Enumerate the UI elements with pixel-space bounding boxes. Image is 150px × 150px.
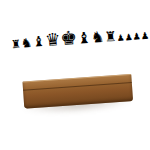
piece-black-knight: ♞ bbox=[90, 28, 105, 47]
chess-set-product-photo[interactable]: ♜♞♝♛♚♝♞♜♟♟♟♟♟♟♟♟♟♟♟♟♟♟♟♟♜♞♝♛♚♝♞♜ bbox=[0, 0, 150, 150]
latch-slot bbox=[71, 91, 84, 92]
piece-black-rook: ♜ bbox=[104, 28, 117, 45]
brass-latch bbox=[71, 91, 85, 100]
piece-black-pawn: ♟ bbox=[149, 29, 150, 41]
piece-black-knight: ♞ bbox=[20, 35, 33, 51]
chess-box-set: ♜♞♝♛♚♝♞♜♟♟♟♟♟♟♟♟♟♟♟♟♟♟♟♟♜♞♝♛♚♝♞♜ bbox=[10, 23, 139, 123]
piece-black-king: ♚ bbox=[60, 27, 78, 49]
piece-black-queen: ♛ bbox=[44, 29, 61, 50]
lid-seam-line bbox=[23, 82, 132, 91]
pieces-layer: ♜♞♝♛♚♝♞♜♟♟♟♟♟♟♟♟♟♟♟♟♟♟♟♟♜♞♝♛♚♝♞♜ bbox=[10, 23, 134, 53]
